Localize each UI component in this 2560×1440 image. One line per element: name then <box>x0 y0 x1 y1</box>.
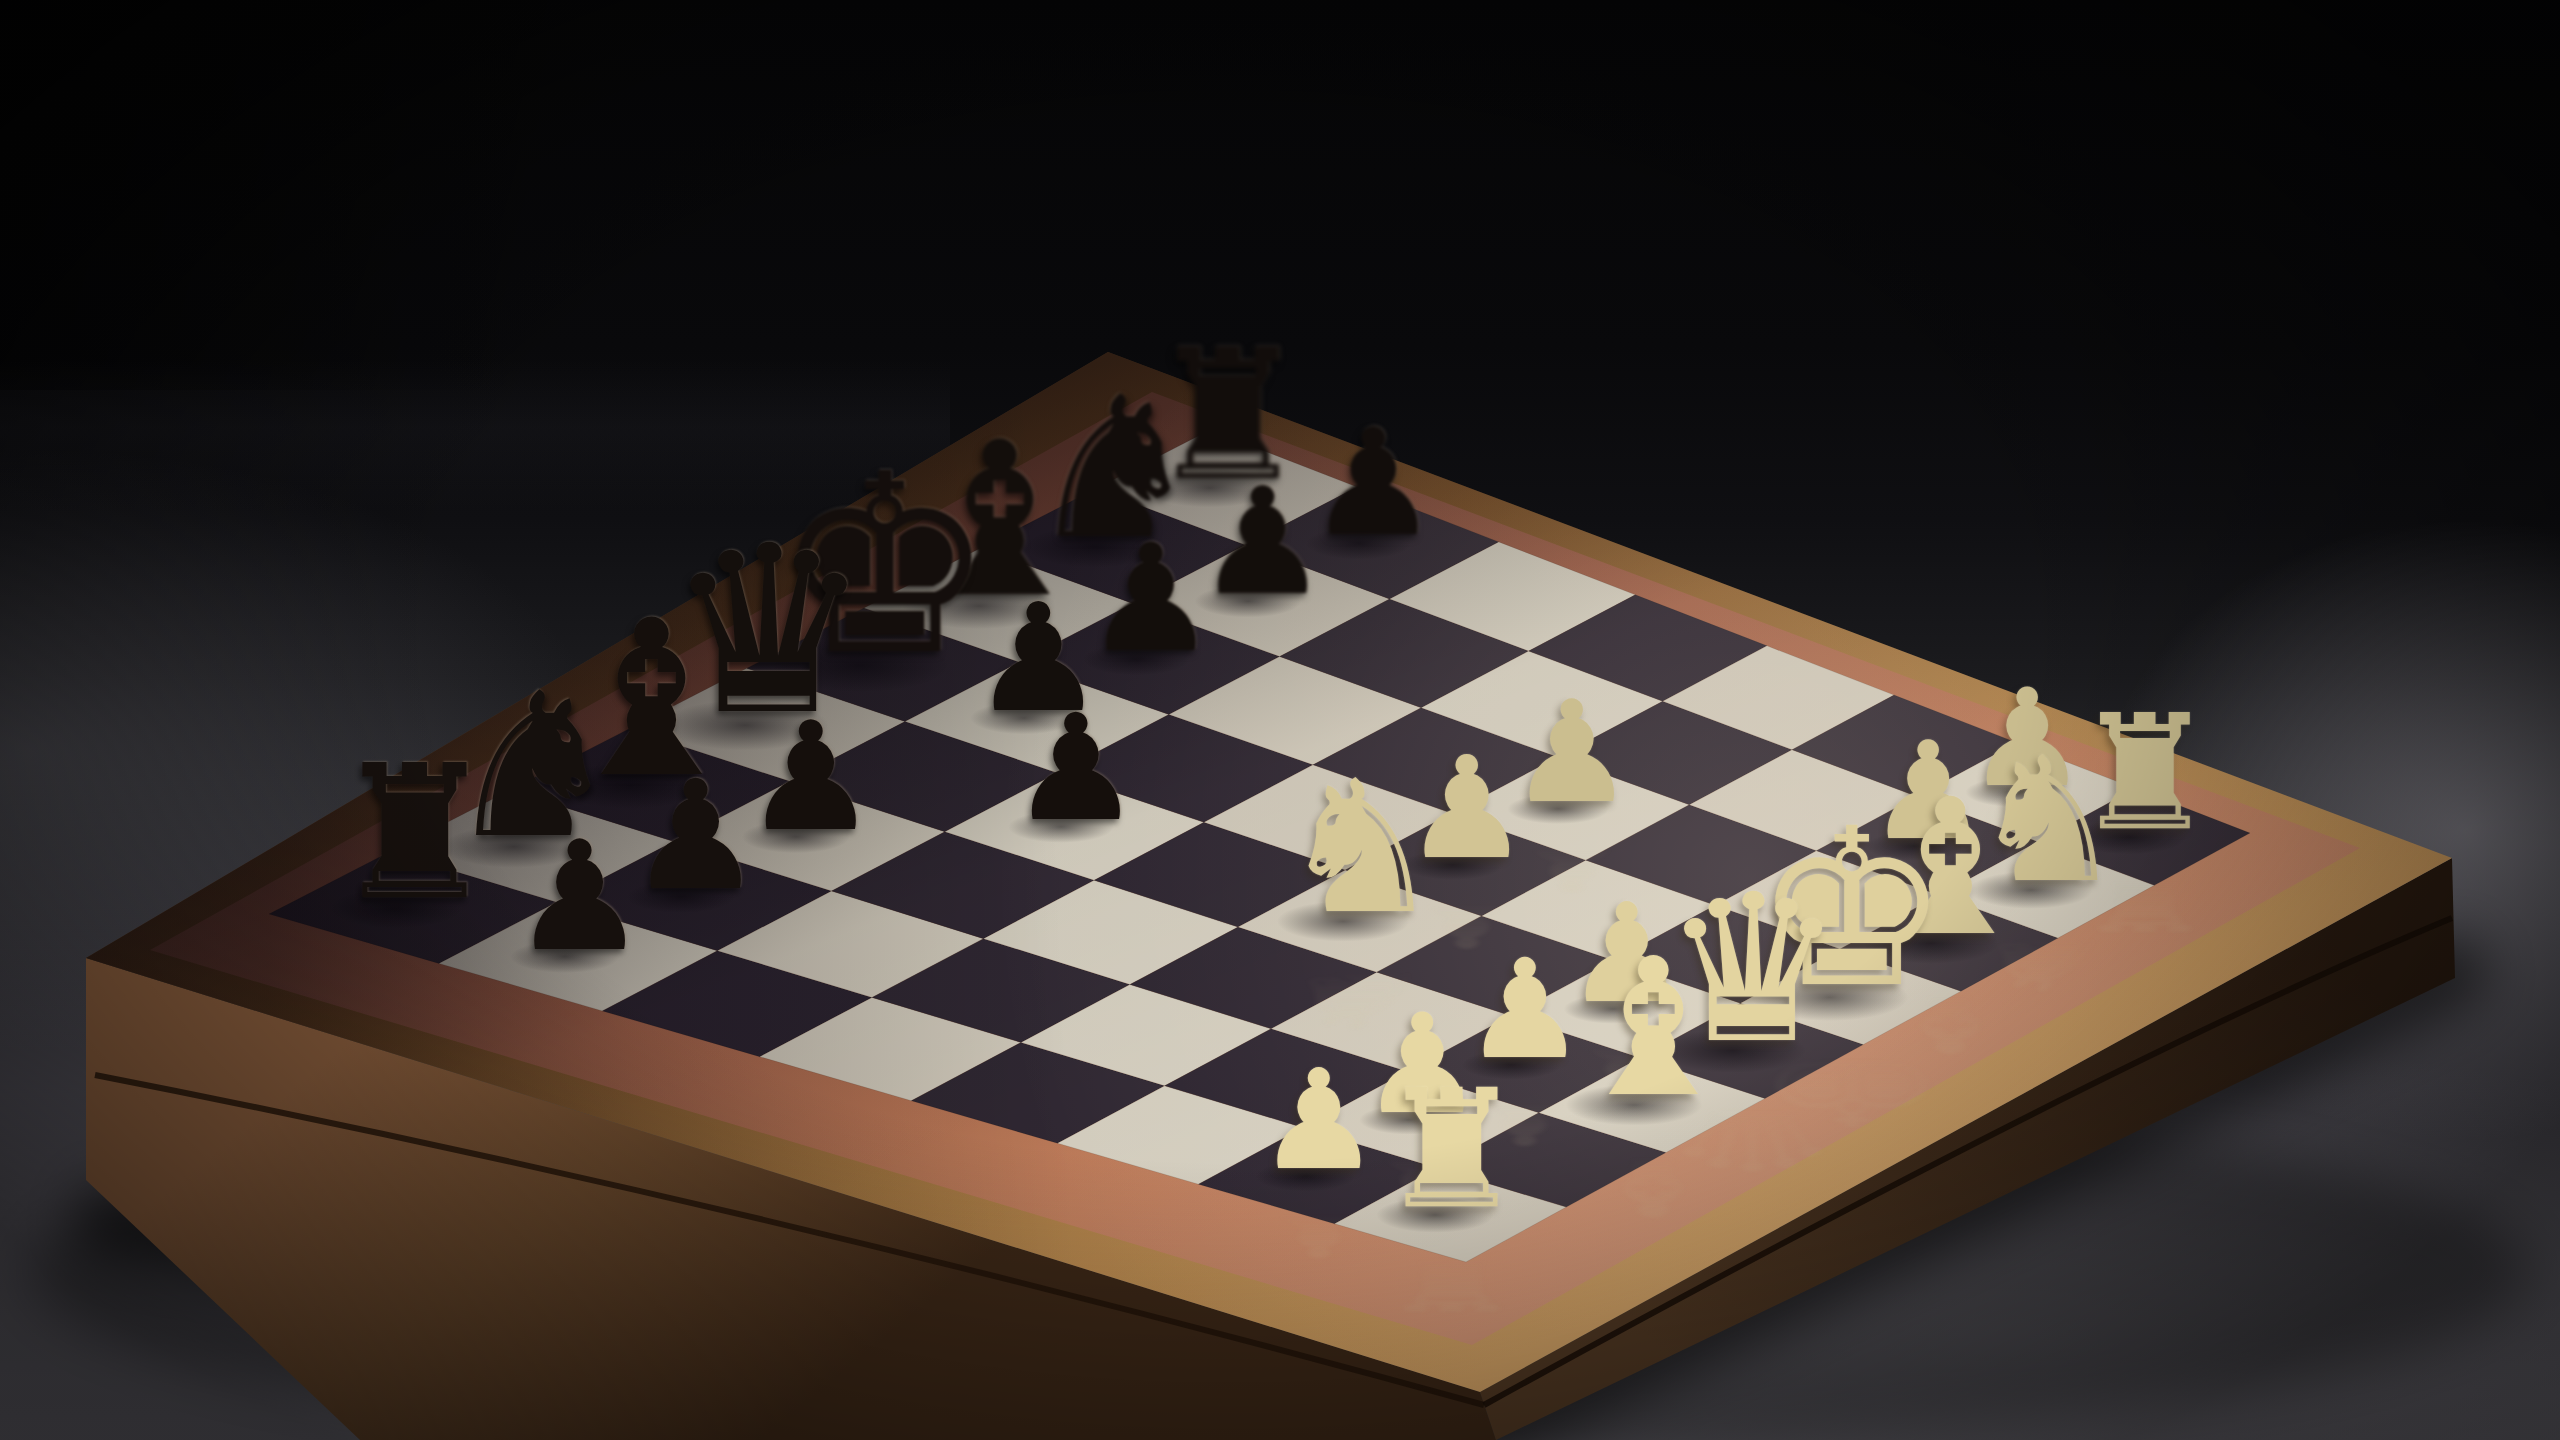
white-bishop-c1[interactable]: ♝ <box>1568 934 1738 1124</box>
white-pawn-glyph: ♟ <box>1257 1052 1381 1190</box>
black-pawn-d6[interactable]: ♟ <box>1010 695 1142 842</box>
white-rook-a1[interactable]: ♜ <box>1379 1069 1525 1232</box>
white-knight-d4[interactable]: ♞ <box>1279 756 1444 940</box>
black-pawn-c7[interactable]: ♟ <box>743 701 878 851</box>
white-rook-glyph: ♜ <box>1379 1069 1525 1232</box>
white-pawn-reflection: ♟ <box>1257 1191 1381 1267</box>
white-bishop-reflection: ♝ <box>1568 1125 1738 1229</box>
white-knight-glyph: ♞ <box>1279 756 1444 940</box>
pieces-layer: ♜♟♞♟♝♟♚♟♛♝♟♟♟♟♟♟♜♜♟♟♞♟♟♞♞♟♜♞♞♝♝♟♚♚♟♟♛♛♟♟… <box>0 0 2560 1440</box>
black-pawn-glyph: ♟ <box>1010 695 1142 842</box>
black-pawn-a7[interactable]: ♟ <box>512 821 648 973</box>
black-pawn-glyph: ♟ <box>512 821 648 973</box>
black-rook-a8[interactable]: ♜ <box>331 741 497 926</box>
scene: ♜♟♞♟♝♟♚♟♛♝♟♟♟♟♟♟♜♜♟♟♞♟♟♞♞♟♜♞♞♝♝♟♚♚♟♟♛♛♟♟… <box>0 0 2560 1440</box>
black-pawn-glyph: ♟ <box>743 701 878 851</box>
white-rook-reflection: ♜ <box>1379 1232 1525 1322</box>
black-rook-glyph: ♜ <box>331 741 497 926</box>
white-bishop-glyph: ♝ <box>1568 934 1738 1124</box>
white-pawn-a2[interactable]: ♟ <box>1257 1052 1381 1190</box>
black-pawn-b7[interactable]: ♟ <box>628 761 763 912</box>
black-pawn-glyph: ♟ <box>628 761 763 912</box>
